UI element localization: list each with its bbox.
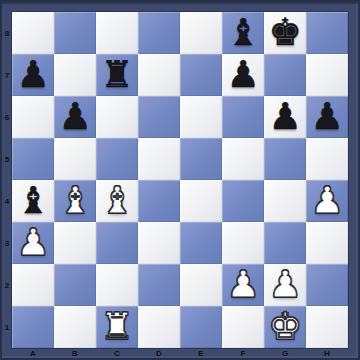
square-f4[interactable]: [222, 180, 264, 222]
square-e1[interactable]: [180, 306, 222, 348]
file-label-h: H: [306, 348, 348, 358]
piece-white-rook-c1[interactable]: ♜: [100, 306, 133, 348]
square-g8[interactable]: ♚: [264, 12, 306, 54]
square-h1[interactable]: [306, 306, 348, 348]
piece-black-pawn-b6[interactable]: ♟: [58, 96, 91, 138]
square-h8[interactable]: [306, 12, 348, 54]
rank-label-7: 7: [2, 54, 12, 96]
square-d8[interactable]: [138, 12, 180, 54]
square-a2[interactable]: [12, 264, 54, 306]
piece-white-bishop-c4[interactable]: ♝: [100, 180, 133, 222]
square-a8[interactable]: [12, 12, 54, 54]
rank-label-1: 1: [2, 306, 12, 348]
square-e4[interactable]: [180, 180, 222, 222]
piece-black-bishop-a4[interactable]: ♝: [16, 180, 49, 222]
piece-white-pawn-a3[interactable]: ♟: [16, 222, 49, 264]
square-c8[interactable]: [96, 12, 138, 54]
square-d3[interactable]: [138, 222, 180, 264]
square-c5[interactable]: [96, 138, 138, 180]
square-h4[interactable]: ♟: [306, 180, 348, 222]
square-b1[interactable]: [54, 306, 96, 348]
file-label-f: F: [222, 348, 264, 358]
file-label-d: D: [138, 348, 180, 358]
file-labels: ABCDEFGH: [12, 348, 348, 358]
piece-black-king-g8[interactable]: ♚: [268, 12, 301, 54]
square-c4[interactable]: ♝: [96, 180, 138, 222]
square-f2[interactable]: ♟: [222, 264, 264, 306]
square-g4[interactable]: [264, 180, 306, 222]
piece-black-pawn-h6[interactable]: ♟: [310, 96, 343, 138]
rank-labels: 87654321: [2, 12, 12, 348]
square-b8[interactable]: [54, 12, 96, 54]
piece-white-king-g1[interactable]: ♚: [268, 306, 301, 348]
square-h6[interactable]: ♟: [306, 96, 348, 138]
square-f8[interactable]: ♝: [222, 12, 264, 54]
file-label-e: E: [180, 348, 222, 358]
square-b6[interactable]: ♟: [54, 96, 96, 138]
square-h2[interactable]: [306, 264, 348, 306]
rank-label-4: 4: [2, 180, 12, 222]
square-a5[interactable]: [12, 138, 54, 180]
square-c1[interactable]: ♜: [96, 306, 138, 348]
square-a3[interactable]: ♟: [12, 222, 54, 264]
square-g1[interactable]: ♚: [264, 306, 306, 348]
piece-black-pawn-f7[interactable]: ♟: [226, 54, 259, 96]
file-label-g: G: [264, 348, 306, 358]
square-c3[interactable]: [96, 222, 138, 264]
rank-label-5: 5: [2, 138, 12, 180]
piece-black-pawn-g6[interactable]: ♟: [268, 96, 301, 138]
square-a1[interactable]: [12, 306, 54, 348]
piece-black-bishop-f8[interactable]: ♝: [226, 12, 259, 54]
square-d2[interactable]: [138, 264, 180, 306]
square-e7[interactable]: [180, 54, 222, 96]
piece-white-bishop-b4[interactable]: ♝: [58, 180, 91, 222]
square-e6[interactable]: [180, 96, 222, 138]
square-a6[interactable]: [12, 96, 54, 138]
square-d7[interactable]: [138, 54, 180, 96]
file-label-a: A: [12, 348, 54, 358]
square-g6[interactable]: ♟: [264, 96, 306, 138]
square-b2[interactable]: [54, 264, 96, 306]
rank-label-6: 6: [2, 96, 12, 138]
square-b7[interactable]: [54, 54, 96, 96]
square-g5[interactable]: [264, 138, 306, 180]
square-f1[interactable]: [222, 306, 264, 348]
piece-black-rook-c7[interactable]: ♜: [100, 54, 133, 96]
piece-white-pawn-g2[interactable]: ♟: [268, 264, 301, 306]
square-b4[interactable]: ♝: [54, 180, 96, 222]
square-c7[interactable]: ♜: [96, 54, 138, 96]
square-f7[interactable]: ♟: [222, 54, 264, 96]
square-e5[interactable]: [180, 138, 222, 180]
rank-label-2: 2: [2, 264, 12, 306]
square-a4[interactable]: ♝: [12, 180, 54, 222]
square-c2[interactable]: [96, 264, 138, 306]
piece-white-pawn-h4[interactable]: ♟: [310, 180, 343, 222]
square-e8[interactable]: [180, 12, 222, 54]
square-d5[interactable]: [138, 138, 180, 180]
file-label-c: C: [96, 348, 138, 358]
square-e2[interactable]: [180, 264, 222, 306]
square-g3[interactable]: [264, 222, 306, 264]
chess-board: ♝♚♟♜♟♟♟♟♝♝♝♟♟♟♟♜♚: [12, 12, 348, 348]
piece-black-pawn-a7[interactable]: ♟: [16, 54, 49, 96]
square-b3[interactable]: [54, 222, 96, 264]
square-f6[interactable]: [222, 96, 264, 138]
square-b5[interactable]: [54, 138, 96, 180]
square-g7[interactable]: [264, 54, 306, 96]
square-c6[interactable]: [96, 96, 138, 138]
rank-label-3: 3: [2, 222, 12, 264]
square-h7[interactable]: [306, 54, 348, 96]
square-d6[interactable]: [138, 96, 180, 138]
square-a7[interactable]: ♟: [12, 54, 54, 96]
square-d4[interactable]: [138, 180, 180, 222]
square-f5[interactable]: [222, 138, 264, 180]
square-h3[interactable]: [306, 222, 348, 264]
square-e3[interactable]: [180, 222, 222, 264]
file-label-b: B: [54, 348, 96, 358]
board-frame: 87654321 ABCDEFGH ♝♚♟♜♟♟♟♟♝♝♝♟♟♟♟♜♚: [0, 0, 360, 360]
square-h5[interactable]: [306, 138, 348, 180]
square-f3[interactable]: [222, 222, 264, 264]
rank-label-8: 8: [2, 12, 12, 54]
square-d1[interactable]: [138, 306, 180, 348]
piece-white-pawn-f2[interactable]: ♟: [226, 264, 259, 306]
square-g2[interactable]: ♟: [264, 264, 306, 306]
